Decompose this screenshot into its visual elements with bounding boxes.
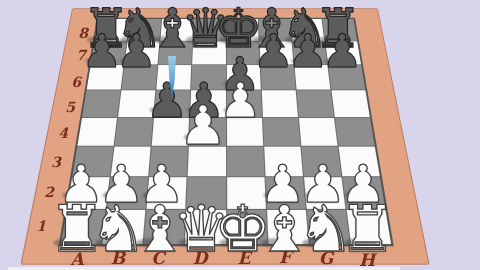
square-g5[interactable] [296, 91, 333, 117]
square-h5[interactable] [331, 91, 369, 117]
rank-label-5: 5 [65, 99, 75, 115]
page-background: 12345678ABCDEFGH ♜♞♝♛♚♝♞♜♟♟♟♟♟♟♟♟♟♟♟♟♟♟♟… [0, 0, 480, 270]
square-a5[interactable] [82, 91, 120, 117]
rank-label-6: 6 [71, 74, 81, 90]
square-f4[interactable] [263, 118, 300, 146]
piece-black-pawn-h7[interactable]: ♟ [321, 28, 362, 74]
square-g4[interactable] [299, 118, 338, 146]
piece-white-rook-h1[interactable]: ♜ [339, 197, 396, 261]
square-a4[interactable] [77, 118, 117, 146]
piece-black-pawn-b7[interactable]: ♟ [116, 28, 157, 74]
square-h4[interactable] [335, 118, 375, 146]
rank-label-4: 4 [58, 125, 68, 141]
rank-label-1: 1 [36, 218, 46, 234]
piece-white-pawn-d4[interactable]: ♟ [179, 99, 227, 153]
square-f5[interactable] [261, 91, 297, 117]
